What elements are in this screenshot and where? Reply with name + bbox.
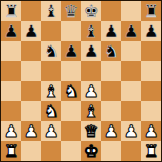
white-pawn[interactable]: ♟ [83,81,98,101]
square-a5[interactable] [1,61,21,81]
square-b8[interactable] [21,1,41,21]
square-g4[interactable] [121,81,141,101]
black-rook[interactable]: ♜ [3,1,18,21]
square-a2[interactable]: ♟ [1,121,21,141]
square-c3[interactable]: ♞ [41,101,61,121]
square-a8[interactable]: ♜ [1,1,21,21]
square-d6[interactable]: ♟ [61,41,81,61]
square-e8[interactable]: ♚ [81,1,101,21]
black-bishop[interactable]: ♝ [43,1,58,21]
black-knight[interactable]: ♞ [103,41,118,61]
square-a3[interactable] [1,101,21,121]
square-d5[interactable] [61,61,81,81]
chess-board: ♜♝♛♚♜♟♟♝♟♟♟♞♟♟♞♝♞♟♞♝♟♟♟♛♟♟♟♜♚♜ [1,1,161,161]
white-pawn[interactable]: ♟ [43,121,58,141]
white-bishop[interactable]: ♝ [43,81,58,101]
square-d4[interactable]: ♞ [61,81,81,101]
square-g1[interactable] [121,141,141,161]
square-c5[interactable] [41,61,61,81]
square-c7[interactable] [41,21,61,41]
square-g6[interactable] [121,41,141,61]
square-d1[interactable] [61,141,81,161]
square-h6[interactable] [141,41,161,61]
black-rook[interactable]: ♜ [143,1,158,21]
square-e7[interactable]: ♝ [81,21,101,41]
square-b1[interactable] [21,141,41,161]
square-d2[interactable] [61,121,81,141]
white-rook[interactable]: ♜ [3,141,18,161]
black-pawn[interactable]: ♟ [3,21,18,41]
square-f3[interactable] [101,101,121,121]
square-f6[interactable]: ♞ [101,41,121,61]
black-knight[interactable]: ♞ [43,41,58,61]
white-king[interactable]: ♚ [83,141,98,161]
white-pawn[interactable]: ♟ [143,121,158,141]
square-d7[interactable] [61,21,81,41]
square-f8[interactable] [101,1,121,21]
square-b6[interactable] [21,41,41,61]
square-f2[interactable]: ♟ [101,121,121,141]
square-h2[interactable]: ♟ [141,121,161,141]
black-bishop[interactable]: ♝ [83,21,98,41]
square-e2[interactable]: ♛ [81,121,101,141]
square-b5[interactable] [21,61,41,81]
white-queen[interactable]: ♛ [83,121,98,141]
square-h1[interactable]: ♜ [141,141,161,161]
white-pawn[interactable]: ♟ [123,121,138,141]
white-knight[interactable]: ♞ [63,81,78,101]
square-g8[interactable] [121,1,141,21]
black-pawn[interactable]: ♟ [123,21,138,41]
white-knight[interactable]: ♞ [43,101,58,121]
square-e4[interactable]: ♟ [81,81,101,101]
square-h3[interactable] [141,101,161,121]
black-king[interactable]: ♚ [83,1,98,21]
white-pawn[interactable]: ♟ [103,121,118,141]
square-c6[interactable]: ♞ [41,41,61,61]
square-a6[interactable] [1,41,21,61]
square-g5[interactable] [121,61,141,81]
square-b7[interactable]: ♟ [21,21,41,41]
white-bishop[interactable]: ♝ [83,101,98,121]
square-a1[interactable]: ♜ [1,141,21,161]
square-h8[interactable]: ♜ [141,1,161,21]
black-pawn[interactable]: ♟ [143,21,158,41]
square-e5[interactable] [81,61,101,81]
square-d8[interactable]: ♛ [61,1,81,21]
square-e1[interactable]: ♚ [81,141,101,161]
white-pawn[interactable]: ♟ [23,121,38,141]
square-e3[interactable]: ♝ [81,101,101,121]
square-a4[interactable] [1,81,21,101]
square-f7[interactable]: ♟ [101,21,121,41]
black-pawn[interactable]: ♟ [63,41,78,61]
square-g3[interactable] [121,101,141,121]
square-b4[interactable] [21,81,41,101]
black-pawn[interactable]: ♟ [83,41,98,61]
square-a7[interactable]: ♟ [1,21,21,41]
square-h7[interactable]: ♟ [141,21,161,41]
black-pawn[interactable]: ♟ [23,21,38,41]
white-rook[interactable]: ♜ [143,141,158,161]
square-e6[interactable]: ♟ [81,41,101,61]
square-c1[interactable] [41,141,61,161]
square-h5[interactable] [141,61,161,81]
square-f5[interactable] [101,61,121,81]
black-queen[interactable]: ♛ [63,1,78,21]
square-b2[interactable]: ♟ [21,121,41,141]
square-c8[interactable]: ♝ [41,1,61,21]
black-pawn[interactable]: ♟ [103,21,118,41]
square-g7[interactable]: ♟ [121,21,141,41]
square-b3[interactable] [21,101,41,121]
square-c4[interactable]: ♝ [41,81,61,101]
chess-board-frame: ♜♝♛♚♜♟♟♝♟♟♟♞♟♟♞♝♞♟♞♝♟♟♟♛♟♟♟♜♚♜ [0,0,162,162]
square-g2[interactable]: ♟ [121,121,141,141]
square-f1[interactable] [101,141,121,161]
square-f4[interactable] [101,81,121,101]
square-c2[interactable]: ♟ [41,121,61,141]
square-d3[interactable] [61,101,81,121]
square-h4[interactable] [141,81,161,101]
white-pawn[interactable]: ♟ [3,121,18,141]
